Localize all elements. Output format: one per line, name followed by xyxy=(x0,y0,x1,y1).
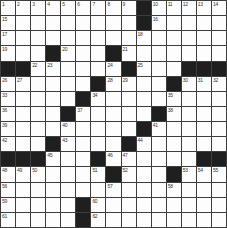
cell-r1c3[interactable]: 3 xyxy=(31,1,45,15)
cell-r4c7[interactable] xyxy=(91,46,105,60)
cell-r2c6[interactable] xyxy=(76,16,90,30)
cell-r2c13[interactable] xyxy=(182,16,196,30)
clue-number-44: 44 xyxy=(138,137,143,143)
cell-r3c14[interactable] xyxy=(197,31,211,45)
cell-r7c10[interactable] xyxy=(137,92,151,106)
crossword-board: 1234567891011121314151617181920212223242… xyxy=(0,0,227,228)
clue-number-58: 58 xyxy=(168,183,173,189)
cell-r6c11[interactable] xyxy=(152,77,166,91)
cell-r1c7[interactable]: 7 xyxy=(91,1,105,15)
clue-number-28: 28 xyxy=(107,77,112,83)
cell-r4c13[interactable] xyxy=(182,46,196,60)
cell-r14c4[interactable] xyxy=(46,198,60,212)
black-cell-r11c7 xyxy=(91,152,105,166)
cell-r8c7[interactable] xyxy=(91,107,105,121)
cell-r4c9[interactable]: 21 xyxy=(122,46,136,60)
clue-number-13: 13 xyxy=(198,1,203,7)
cell-r2c3[interactable] xyxy=(31,16,45,30)
clue-number-6: 6 xyxy=(77,1,79,7)
cell-r6c2[interactable]: 27 xyxy=(16,77,30,91)
cell-r11c12[interactable] xyxy=(167,152,181,166)
black-cell-r8c5 xyxy=(61,107,75,121)
clue-number-5: 5 xyxy=(62,1,64,7)
cell-r13c7[interactable] xyxy=(91,183,105,197)
cell-r15c5[interactable] xyxy=(61,213,75,227)
clue-number-34: 34 xyxy=(92,92,97,98)
cell-r1c4[interactable]: 4 xyxy=(46,1,60,15)
cell-r3c3[interactable] xyxy=(31,31,45,45)
black-cell-r5c14 xyxy=(197,62,211,76)
cell-r9c12[interactable] xyxy=(167,122,181,136)
clue-number-4: 4 xyxy=(47,1,49,7)
clue-number-49: 49 xyxy=(17,167,22,173)
cell-r5c7[interactable] xyxy=(91,62,105,76)
cell-r9c14[interactable] xyxy=(197,122,211,136)
cell-r8c10[interactable] xyxy=(137,107,151,121)
cell-r4c2[interactable] xyxy=(16,46,30,60)
cell-r10c12[interactable] xyxy=(167,137,181,151)
cell-r1c1[interactable]: 1 xyxy=(1,1,15,15)
cell-r15c13[interactable] xyxy=(182,213,196,227)
cell-r3c12[interactable] xyxy=(167,31,181,45)
cell-r7c7[interactable]: 34 xyxy=(91,92,105,106)
cell-r13c12[interactable]: 58 xyxy=(167,183,181,197)
clue-number-46: 46 xyxy=(107,152,112,158)
cell-r12c4[interactable] xyxy=(46,167,60,181)
black-cell-r11c14 xyxy=(197,152,211,166)
cell-r9c7[interactable] xyxy=(91,122,105,136)
cell-r8c12[interactable]: 38 xyxy=(167,107,181,121)
cell-r1c5[interactable]: 5 xyxy=(61,1,75,15)
clue-number-15: 15 xyxy=(2,16,7,22)
cell-r7c14[interactable] xyxy=(197,92,211,106)
cell-r12c5[interactable] xyxy=(61,167,75,181)
cell-r4c12[interactable] xyxy=(167,46,181,60)
cell-r10c13[interactable] xyxy=(182,137,196,151)
cell-r1c2[interactable]: 2 xyxy=(16,1,30,15)
black-cell-r5c1 xyxy=(1,62,15,76)
black-cell-r12c8 xyxy=(106,167,120,181)
cell-r15c14[interactable] xyxy=(197,213,211,227)
clue-number-30: 30 xyxy=(183,77,188,83)
cell-r15c12[interactable] xyxy=(167,213,181,227)
cell-r13c2[interactable] xyxy=(16,183,30,197)
cell-r6c8[interactable]: 28 xyxy=(106,77,120,91)
clue-number-9: 9 xyxy=(123,1,125,7)
clue-number-37: 37 xyxy=(77,107,82,113)
clue-number-11: 11 xyxy=(168,1,173,7)
cell-r12c7[interactable]: 51 xyxy=(91,167,105,181)
clue-number-26: 26 xyxy=(2,77,7,83)
cell-r10c5[interactable]: 43 xyxy=(61,137,75,151)
cell-r14c2[interactable] xyxy=(16,198,30,212)
cell-r14c14[interactable] xyxy=(197,198,211,212)
cell-r15c7[interactable]: 62 xyxy=(91,213,105,227)
cell-r14c1[interactable]: 59 xyxy=(1,198,15,212)
clue-number-61: 61 xyxy=(2,213,7,219)
black-cell-r5c9 xyxy=(122,62,136,76)
cell-r12c15[interactable]: 55 xyxy=(212,167,226,181)
cell-r7c12[interactable]: 35 xyxy=(167,92,181,106)
clue-number-52: 52 xyxy=(123,167,128,173)
cell-r6c5[interactable] xyxy=(61,77,75,91)
clue-number-2: 2 xyxy=(17,1,19,7)
cell-r7c2[interactable] xyxy=(16,92,30,106)
black-cell-r11c2 xyxy=(16,152,30,166)
cell-r15c2[interactable] xyxy=(16,213,30,227)
clue-number-24: 24 xyxy=(107,62,112,68)
clue-number-14: 14 xyxy=(213,1,218,7)
cell-r4c10[interactable] xyxy=(137,46,151,60)
cell-r2c1[interactable]: 15 xyxy=(1,16,15,30)
cell-r9c9[interactable] xyxy=(122,122,136,136)
cell-r8c9[interactable] xyxy=(122,107,136,121)
clue-number-29: 29 xyxy=(123,77,128,83)
black-cell-r11c15 xyxy=(212,152,226,166)
clue-number-27: 27 xyxy=(17,77,22,83)
cell-r13c14[interactable] xyxy=(197,183,211,197)
cell-r14c13[interactable] xyxy=(182,198,196,212)
cell-r11c4[interactable]: 45 xyxy=(46,152,60,166)
cell-r15c3[interactable] xyxy=(31,213,45,227)
clue-number-8: 8 xyxy=(107,1,109,7)
cell-r6c6[interactable] xyxy=(76,77,90,91)
cell-r12c9[interactable]: 52 xyxy=(122,167,136,181)
cell-r13c15[interactable] xyxy=(212,183,226,197)
cell-r6c15[interactable]: 32 xyxy=(212,77,226,91)
black-cell-r5c13 xyxy=(182,62,196,76)
black-cell-r5c15 xyxy=(212,62,226,76)
cell-r11c13[interactable] xyxy=(182,152,196,166)
cell-r13c4[interactable] xyxy=(46,183,60,197)
cell-r6c9[interactable]: 29 xyxy=(122,77,136,91)
clue-number-32: 32 xyxy=(213,77,218,83)
cell-r2c11[interactable]: 16 xyxy=(152,16,166,30)
cell-r5c10[interactable]: 25 xyxy=(137,62,151,76)
cell-r1c12[interactable]: 11 xyxy=(167,1,181,15)
cell-r14c9[interactable] xyxy=(122,198,136,212)
cell-r5c12[interactable] xyxy=(167,62,181,76)
cell-r6c14[interactable]: 31 xyxy=(197,77,211,91)
cell-r2c14[interactable] xyxy=(197,16,211,30)
cell-r2c8[interactable] xyxy=(106,16,120,30)
cell-r14c3[interactable] xyxy=(31,198,45,212)
cell-r5c4[interactable]: 23 xyxy=(46,62,60,76)
cell-r1c13[interactable]: 12 xyxy=(182,1,196,15)
cell-r1c6[interactable]: 6 xyxy=(76,1,90,15)
clue-number-22: 22 xyxy=(32,62,37,68)
cell-r2c15[interactable] xyxy=(212,16,226,30)
clue-number-53: 53 xyxy=(183,167,188,173)
clue-number-3: 3 xyxy=(32,1,34,7)
cell-r3c15[interactable] xyxy=(212,31,226,45)
clue-number-10: 10 xyxy=(153,1,158,7)
clue-number-59: 59 xyxy=(2,198,7,204)
black-cell-r4c4 xyxy=(46,46,60,60)
cell-r6c3[interactable] xyxy=(31,77,45,91)
black-cell-r6c7 xyxy=(91,77,105,91)
cell-r10c11[interactable] xyxy=(152,137,166,151)
cell-r1c9[interactable]: 9 xyxy=(122,1,136,15)
black-cell-r4c8 xyxy=(106,46,120,60)
cell-r9c13[interactable] xyxy=(182,122,196,136)
clue-number-41: 41 xyxy=(153,122,158,128)
cell-r13c1[interactable]: 56 xyxy=(1,183,15,197)
cell-r4c11[interactable] xyxy=(152,46,166,60)
cell-r9c1[interactable]: 39 xyxy=(1,122,15,136)
cell-r7c13[interactable] xyxy=(182,92,196,106)
cell-r3c4[interactable] xyxy=(46,31,60,45)
clue-number-55: 55 xyxy=(213,167,218,173)
cell-r15c11[interactable] xyxy=(152,213,166,227)
black-cell-r1c10 xyxy=(137,1,151,15)
cell-r15c8[interactable] xyxy=(106,213,120,227)
cell-r9c11[interactable]: 41 xyxy=(152,122,166,136)
cell-r13c11[interactable] xyxy=(152,183,166,197)
clue-number-25: 25 xyxy=(138,62,143,68)
cell-r5c5[interactable] xyxy=(61,62,75,76)
clue-number-31: 31 xyxy=(198,77,203,83)
cell-r11c6[interactable] xyxy=(76,152,90,166)
cell-r4c6[interactable] xyxy=(76,46,90,60)
cell-r13c9[interactable] xyxy=(122,183,136,197)
cell-r1c14[interactable]: 13 xyxy=(197,1,211,15)
cell-r8c14[interactable] xyxy=(197,107,211,121)
clue-number-40: 40 xyxy=(62,122,67,128)
cell-r13c10[interactable] xyxy=(137,183,151,197)
cell-r4c15[interactable] xyxy=(212,46,226,60)
cell-r9c2[interactable] xyxy=(16,122,30,136)
cell-r3c10[interactable]: 18 xyxy=(137,31,151,45)
black-cell-r2c10 xyxy=(137,16,151,30)
clue-number-35: 35 xyxy=(168,92,173,98)
clue-number-38: 38 xyxy=(168,107,173,113)
cell-r4c3[interactable] xyxy=(31,46,45,60)
cell-r14c8[interactable] xyxy=(106,198,120,212)
cell-r2c7[interactable] xyxy=(91,16,105,30)
cell-r14c10[interactable] xyxy=(137,198,151,212)
cell-r8c3[interactable] xyxy=(31,107,45,121)
clue-number-36: 36 xyxy=(2,107,7,113)
cell-r12c3[interactable]: 50 xyxy=(31,167,45,181)
black-cell-r5c2 xyxy=(16,62,30,76)
cell-r3c8[interactable] xyxy=(106,31,120,45)
clue-number-33: 33 xyxy=(2,92,7,98)
black-cell-r6c12 xyxy=(167,77,181,91)
clue-number-54: 54 xyxy=(198,167,203,173)
cell-r15c4[interactable] xyxy=(46,213,60,227)
cell-r11c8[interactable]: 46 xyxy=(106,152,120,166)
cell-r11c9[interactable]: 47 xyxy=(122,152,136,166)
clue-number-20: 20 xyxy=(62,46,67,52)
clue-number-60: 60 xyxy=(92,198,97,204)
black-cell-r12c12 xyxy=(167,167,181,181)
cell-r6c10[interactable] xyxy=(137,77,151,91)
black-cell-r10c9 xyxy=(122,137,136,151)
cell-r6c1[interactable]: 26 xyxy=(1,77,15,91)
clue-number-21: 21 xyxy=(123,46,128,52)
cell-r4c1[interactable]: 19 xyxy=(1,46,15,60)
cell-r10c1[interactable]: 42 xyxy=(1,137,15,151)
cell-r1c15[interactable]: 14 xyxy=(212,1,226,15)
cell-r7c4[interactable] xyxy=(46,92,60,106)
cell-r3c5[interactable] xyxy=(61,31,75,45)
cell-r10c3[interactable] xyxy=(31,137,45,151)
cell-r8c8[interactable] xyxy=(106,107,120,121)
cell-r9c8[interactable] xyxy=(106,122,120,136)
cell-r8c6[interactable]: 37 xyxy=(76,107,90,121)
clue-number-51: 51 xyxy=(92,167,97,173)
cell-r3c2[interactable] xyxy=(16,31,30,45)
clue-number-48: 48 xyxy=(2,167,7,173)
cell-r11c11[interactable] xyxy=(152,152,166,166)
cell-r2c2[interactable] xyxy=(16,16,30,30)
cell-r3c13[interactable] xyxy=(182,31,196,45)
cell-r8c13[interactable] xyxy=(182,107,196,121)
cell-r9c4[interactable] xyxy=(46,122,60,136)
cell-r8c15[interactable] xyxy=(212,107,226,121)
cell-r10c6[interactable] xyxy=(76,137,90,151)
cell-r15c15[interactable] xyxy=(212,213,226,227)
black-cell-r10c4 xyxy=(46,137,60,151)
cell-r7c1[interactable]: 33 xyxy=(1,92,15,106)
cell-r10c7[interactable] xyxy=(91,137,105,151)
clue-number-43: 43 xyxy=(62,137,67,143)
cell-r9c6[interactable] xyxy=(76,122,90,136)
cell-r11c5[interactable] xyxy=(61,152,75,166)
cell-r10c14[interactable] xyxy=(197,137,211,151)
cell-r3c1[interactable]: 17 xyxy=(1,31,15,45)
cell-r12c14[interactable]: 54 xyxy=(197,167,211,181)
cell-r15c9[interactable] xyxy=(122,213,136,227)
clue-number-56: 56 xyxy=(2,183,7,189)
cell-r10c2[interactable] xyxy=(16,137,30,151)
cell-r14c11[interactable] xyxy=(152,198,166,212)
cell-r10c10[interactable]: 44 xyxy=(137,137,151,151)
black-cell-r8c11 xyxy=(152,107,166,121)
cell-r10c15[interactable] xyxy=(212,137,226,151)
clue-number-57: 57 xyxy=(107,183,112,189)
cell-r9c5[interactable]: 40 xyxy=(61,122,75,136)
cell-r2c12[interactable] xyxy=(167,16,181,30)
black-cell-r9c10 xyxy=(137,122,151,136)
clue-number-16: 16 xyxy=(153,16,158,22)
cell-r3c11[interactable] xyxy=(152,31,166,45)
black-cell-r15c6 xyxy=(76,213,90,227)
cell-r12c10[interactable] xyxy=(137,167,151,181)
cell-r7c8[interactable] xyxy=(106,92,120,106)
cell-r14c7[interactable]: 60 xyxy=(91,198,105,212)
clue-number-17: 17 xyxy=(2,31,7,37)
cell-r6c4[interactable] xyxy=(46,77,60,91)
cell-r2c4[interactable] xyxy=(46,16,60,30)
cell-r13c13[interactable] xyxy=(182,183,196,197)
cell-r15c10[interactable] xyxy=(137,213,151,227)
cell-r7c15[interactable] xyxy=(212,92,226,106)
cell-r3c7[interactable] xyxy=(91,31,105,45)
cell-r1c11[interactable]: 10 xyxy=(152,1,166,15)
cell-r3c6[interactable] xyxy=(76,31,90,45)
cell-r13c6[interactable] xyxy=(76,183,90,197)
cell-r8c4[interactable] xyxy=(46,107,60,121)
cell-r15c1[interactable]: 61 xyxy=(1,213,15,227)
black-cell-r11c3 xyxy=(31,152,45,166)
cell-r5c3[interactable]: 22 xyxy=(31,62,45,76)
cell-r13c3[interactable] xyxy=(31,183,45,197)
clue-number-62: 62 xyxy=(92,213,97,219)
cell-r12c13[interactable]: 53 xyxy=(182,167,196,181)
clue-number-50: 50 xyxy=(32,167,37,173)
cell-r13c8[interactable]: 57 xyxy=(106,183,120,197)
clue-number-19: 19 xyxy=(2,46,7,52)
cell-r12c2[interactable]: 49 xyxy=(16,167,30,181)
cell-r6c13[interactable]: 30 xyxy=(182,77,196,91)
clue-number-18: 18 xyxy=(138,31,143,37)
clue-number-12: 12 xyxy=(183,1,188,7)
clue-number-47: 47 xyxy=(123,152,128,158)
cell-r1c8[interactable]: 8 xyxy=(106,1,120,15)
cell-r5c8[interactable]: 24 xyxy=(106,62,120,76)
cell-r5c11[interactable] xyxy=(152,62,166,76)
black-cell-r11c1 xyxy=(1,152,15,166)
cell-r9c15[interactable] xyxy=(212,122,226,136)
clue-number-1: 1 xyxy=(2,1,4,7)
cell-r14c12[interactable] xyxy=(167,198,181,212)
cell-r12c1[interactable]: 48 xyxy=(1,167,15,181)
cell-r9c3[interactable] xyxy=(31,122,45,136)
cell-r7c11[interactable] xyxy=(152,92,166,106)
cell-r8c2[interactable] xyxy=(16,107,30,121)
clue-number-23: 23 xyxy=(47,62,52,68)
cell-r7c9[interactable] xyxy=(122,92,136,106)
clue-number-42: 42 xyxy=(2,137,7,143)
cell-r13c5[interactable] xyxy=(61,183,75,197)
cell-r7c5[interactable] xyxy=(61,92,75,106)
cell-r2c9[interactable] xyxy=(122,16,136,30)
clue-number-39: 39 xyxy=(2,122,7,128)
clue-number-45: 45 xyxy=(47,152,52,158)
cell-r14c15[interactable] xyxy=(212,198,226,212)
cell-r2c5[interactable] xyxy=(61,16,75,30)
clue-number-7: 7 xyxy=(92,1,94,7)
cell-r8c1[interactable]: 36 xyxy=(1,107,15,121)
cell-r12c11[interactable] xyxy=(152,167,166,181)
black-cell-r7c6 xyxy=(76,92,90,106)
cell-r4c5[interactable]: 20 xyxy=(61,46,75,60)
cell-r14c5[interactable] xyxy=(61,198,75,212)
black-cell-r14c6 xyxy=(76,198,90,212)
cell-r11c10[interactable] xyxy=(137,152,151,166)
cell-r10c8[interactable] xyxy=(106,137,120,151)
cell-r5c6[interactable] xyxy=(76,62,90,76)
cell-r12c6[interactable] xyxy=(76,167,90,181)
cell-r4c14[interactable] xyxy=(197,46,211,60)
cell-r7c3[interactable] xyxy=(31,92,45,106)
cell-r3c9[interactable] xyxy=(122,31,136,45)
